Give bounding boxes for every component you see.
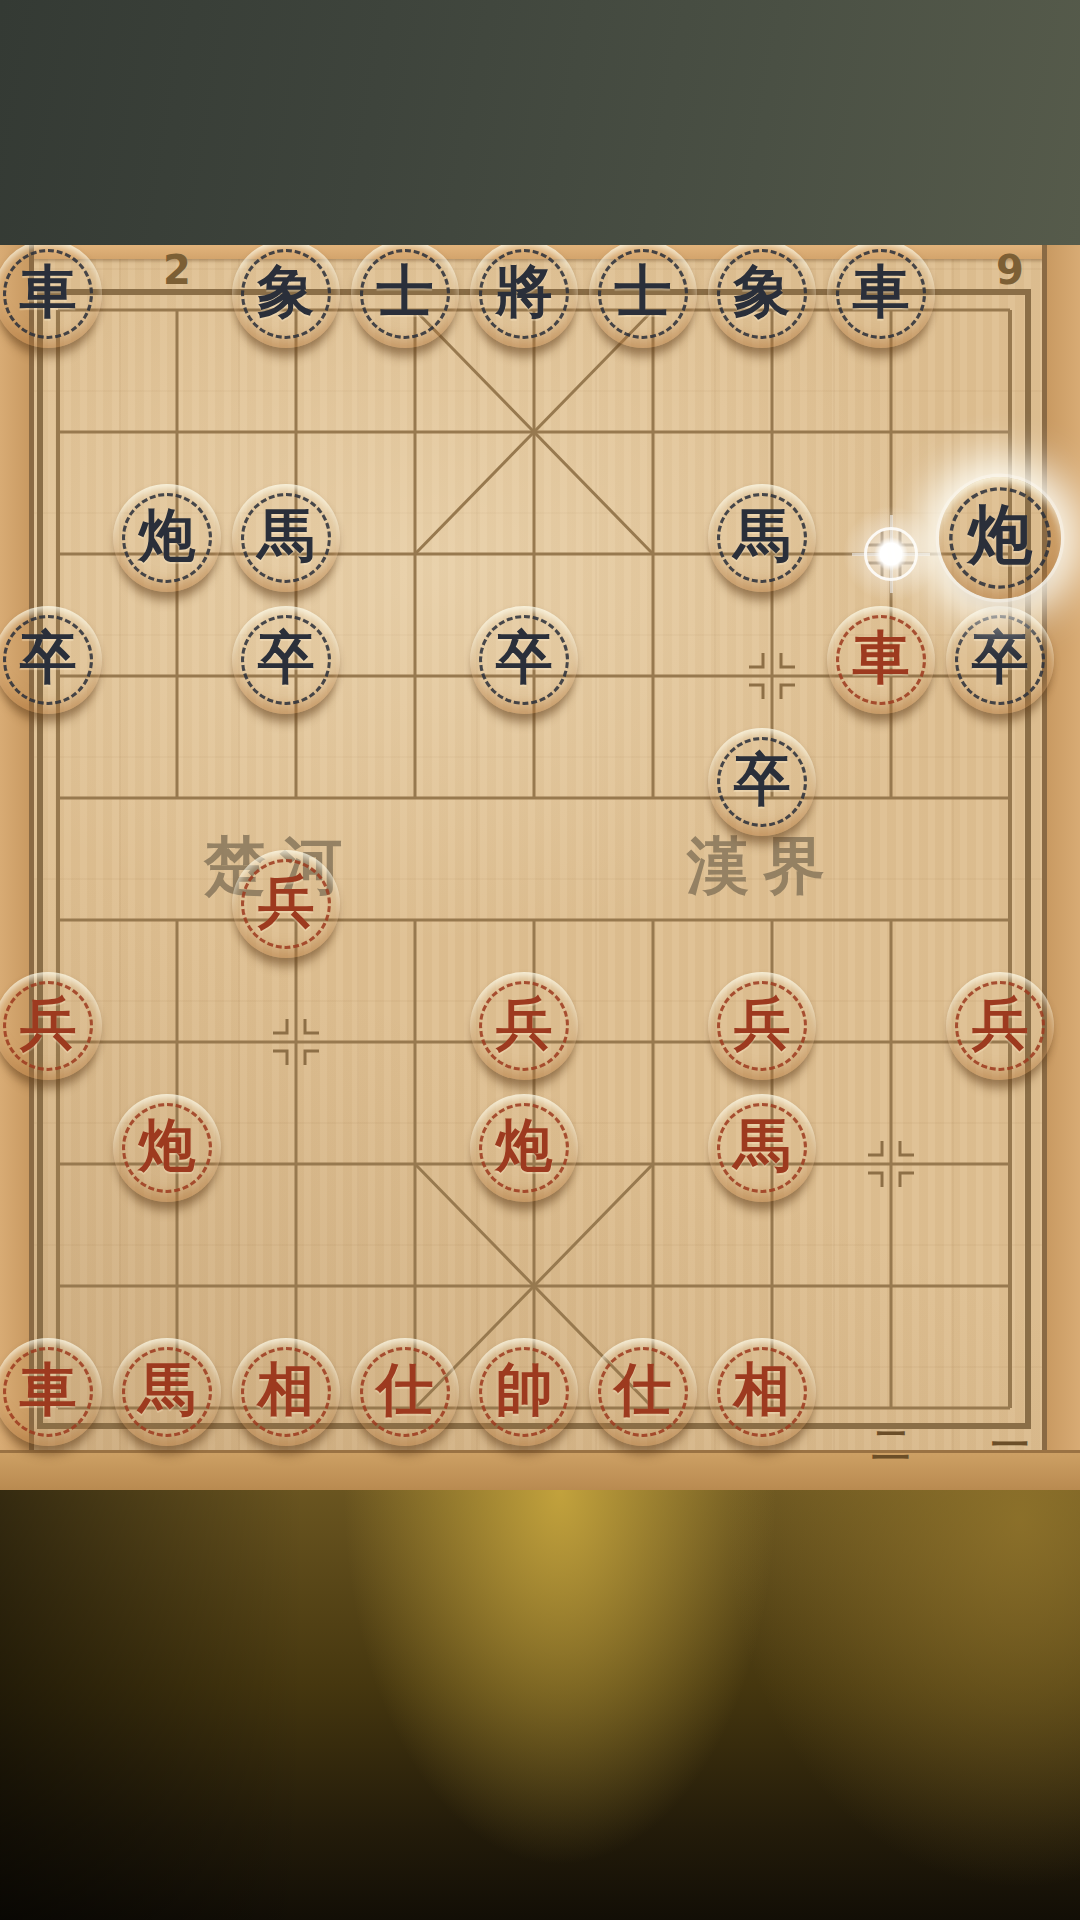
file-label-top-9: 9 bbox=[996, 247, 1024, 293]
xiangqi-board[interactable]: 楚河 漢界 29二一 車象士將士象車炮馬馬炮卒卒卒卒卒車兵兵兵兵兵炮炮馬車馬相仕… bbox=[0, 245, 1080, 1490]
piece-black-soldier[interactable]: 卒 bbox=[708, 728, 816, 836]
piece-black-cannon[interactable]: 炮 bbox=[939, 477, 1061, 599]
piece-black-general[interactable]: 將 bbox=[470, 245, 578, 348]
piece-character: 士 bbox=[615, 263, 672, 320]
piece-character: 相 bbox=[258, 1361, 315, 1418]
piece-character: 帥 bbox=[496, 1361, 553, 1418]
piece-character: 卒 bbox=[496, 629, 553, 686]
piece-character: 車 bbox=[853, 263, 910, 320]
piece-character: 炮 bbox=[139, 1117, 196, 1174]
file-label-top-2: 2 bbox=[163, 247, 191, 293]
piece-black-soldier[interactable]: 卒 bbox=[232, 606, 340, 714]
piece-character: 炮 bbox=[139, 507, 196, 564]
piece-character: 士 bbox=[377, 263, 434, 320]
piece-red-elephant[interactable]: 相 bbox=[708, 1338, 816, 1446]
piece-character: 將 bbox=[496, 263, 553, 320]
piece-black-soldier[interactable]: 卒 bbox=[946, 606, 1054, 714]
piece-character: 馬 bbox=[734, 1117, 791, 1174]
piece-character: 兵 bbox=[20, 995, 77, 1052]
piece-red-soldier[interactable]: 兵 bbox=[470, 972, 578, 1080]
piece-black-elephant[interactable]: 象 bbox=[708, 245, 816, 348]
board-grid bbox=[0, 245, 1080, 1490]
piece-character: 車 bbox=[20, 263, 77, 320]
piece-character: 車 bbox=[20, 1361, 77, 1418]
piece-black-advisor[interactable]: 士 bbox=[589, 245, 697, 348]
piece-black-soldier[interactable]: 卒 bbox=[470, 606, 578, 714]
piece-red-soldier[interactable]: 兵 bbox=[708, 972, 816, 1080]
piece-character: 兵 bbox=[496, 995, 553, 1052]
piece-red-soldier[interactable]: 兵 bbox=[232, 850, 340, 958]
piece-black-chariot[interactable]: 車 bbox=[827, 245, 935, 348]
river-text-right: 漢界 bbox=[687, 824, 839, 908]
piece-character: 兵 bbox=[258, 873, 315, 930]
piece-black-horse[interactable]: 馬 bbox=[708, 484, 816, 592]
piece-character: 卒 bbox=[20, 629, 77, 686]
piece-character: 卒 bbox=[734, 751, 791, 808]
piece-character: 卒 bbox=[972, 629, 1029, 686]
piece-red-horse[interactable]: 馬 bbox=[708, 1094, 816, 1202]
piece-red-cannon[interactable]: 炮 bbox=[113, 1094, 221, 1202]
piece-red-elephant[interactable]: 相 bbox=[232, 1338, 340, 1446]
piece-character: 炮 bbox=[968, 502, 1032, 566]
piece-character: 兵 bbox=[734, 995, 791, 1052]
piece-character: 馬 bbox=[734, 507, 791, 564]
piece-red-chariot[interactable]: 車 bbox=[827, 606, 935, 714]
piece-black-advisor[interactable]: 士 bbox=[351, 245, 459, 348]
piece-character: 仕 bbox=[377, 1361, 434, 1418]
piece-black-elephant[interactable]: 象 bbox=[232, 245, 340, 348]
piece-character: 相 bbox=[734, 1361, 791, 1418]
piece-red-general[interactable]: 帥 bbox=[470, 1338, 578, 1446]
piece-character: 象 bbox=[734, 263, 791, 320]
piece-character: 仕 bbox=[615, 1361, 672, 1418]
piece-character: 馬 bbox=[139, 1361, 196, 1418]
piece-character: 卒 bbox=[258, 629, 315, 686]
file-label-bottom-8: 二 bbox=[872, 1420, 910, 1471]
game-screen: 楚河 漢界 29二一 車象士將士象車炮馬馬炮卒卒卒卒卒車兵兵兵兵兵炮炮馬車馬相仕… bbox=[0, 0, 1080, 1920]
piece-red-horse[interactable]: 馬 bbox=[113, 1338, 221, 1446]
piece-black-cannon[interactable]: 炮 bbox=[113, 484, 221, 592]
piece-red-advisor[interactable]: 仕 bbox=[589, 1338, 697, 1446]
bottom-background-band bbox=[0, 1490, 1080, 1920]
file-label-bottom-9: 一 bbox=[991, 1420, 1029, 1471]
piece-red-advisor[interactable]: 仕 bbox=[351, 1338, 459, 1446]
piece-red-cannon[interactable]: 炮 bbox=[470, 1094, 578, 1202]
piece-red-soldier[interactable]: 兵 bbox=[946, 972, 1054, 1080]
piece-character: 兵 bbox=[972, 995, 1029, 1052]
top-background-band bbox=[0, 0, 1080, 245]
piece-character: 馬 bbox=[258, 507, 315, 564]
piece-character: 炮 bbox=[496, 1117, 553, 1174]
piece-character: 車 bbox=[853, 629, 910, 686]
piece-character: 象 bbox=[258, 263, 315, 320]
piece-black-horse[interactable]: 馬 bbox=[232, 484, 340, 592]
